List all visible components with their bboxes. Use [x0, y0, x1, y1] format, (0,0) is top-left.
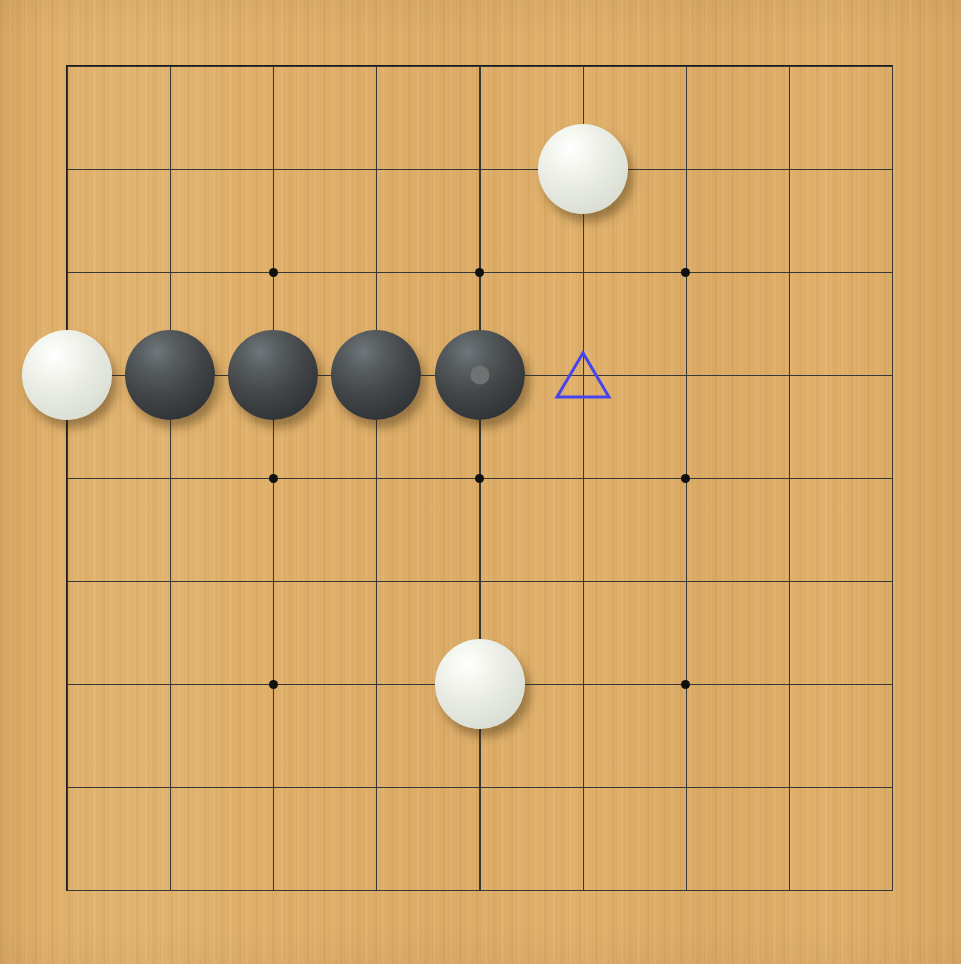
intersection[interactable] [428, 736, 531, 839]
intersection[interactable] [737, 839, 840, 942]
intersection[interactable] [531, 736, 634, 839]
black-stone[interactable] [435, 330, 525, 420]
intersection[interactable] [222, 427, 325, 530]
go-board-app [0, 0, 961, 964]
intersection[interactable] [634, 324, 737, 427]
intersection[interactable] [840, 324, 943, 427]
intersection[interactable] [119, 221, 222, 324]
intersection[interactable] [119, 736, 222, 839]
intersection[interactable] [840, 15, 943, 118]
intersection[interactable] [428, 221, 531, 324]
intersection[interactable] [325, 118, 428, 221]
intersection[interactable] [737, 736, 840, 839]
intersection[interactable] [15, 15, 118, 118]
intersection[interactable] [325, 15, 428, 118]
intersection[interactable] [840, 221, 943, 324]
last-move-marker [470, 366, 489, 385]
intersection[interactable] [428, 427, 531, 530]
intersection[interactable] [325, 633, 428, 736]
intersection[interactable] [428, 118, 531, 221]
intersection[interactable] [634, 530, 737, 633]
black-stone[interactable] [228, 330, 318, 420]
intersection[interactable] [222, 324, 325, 427]
intersection[interactable] [325, 530, 428, 633]
intersection[interactable] [325, 221, 428, 324]
intersection[interactable] [222, 221, 325, 324]
intersection[interactable] [840, 736, 943, 839]
intersection[interactable] [531, 427, 634, 530]
intersection[interactable] [531, 839, 634, 942]
intersection[interactable] [531, 324, 634, 427]
intersection[interactable] [15, 427, 118, 530]
intersection[interactable] [325, 324, 428, 427]
black-stone[interactable] [331, 330, 421, 420]
intersection[interactable] [222, 118, 325, 221]
black-stone[interactable] [125, 330, 215, 420]
white-stone[interactable] [538, 124, 628, 214]
intersection[interactable] [737, 15, 840, 118]
intersection[interactable] [428, 15, 531, 118]
intersection[interactable] [634, 736, 737, 839]
intersection[interactable] [737, 633, 840, 736]
intersection[interactable] [15, 118, 118, 221]
intersection[interactable] [325, 736, 428, 839]
intersection[interactable] [737, 427, 840, 530]
intersection[interactable] [531, 633, 634, 736]
intersection[interactable] [840, 118, 943, 221]
intersection[interactable] [119, 427, 222, 530]
intersection[interactable] [15, 324, 118, 427]
intersection[interactable] [531, 118, 634, 221]
intersection[interactable] [840, 633, 943, 736]
intersection[interactable] [634, 427, 737, 530]
intersection[interactable] [15, 736, 118, 839]
intersection[interactable] [428, 633, 531, 736]
intersection[interactable] [840, 839, 943, 942]
intersection[interactable] [737, 118, 840, 221]
intersection[interactable] [119, 15, 222, 118]
intersection[interactable] [325, 839, 428, 942]
intersection[interactable] [15, 633, 118, 736]
intersection[interactable] [325, 427, 428, 530]
intersection[interactable] [840, 427, 943, 530]
intersection[interactable] [119, 118, 222, 221]
intersection[interactable] [222, 736, 325, 839]
intersection[interactable] [634, 15, 737, 118]
intersection[interactable] [119, 633, 222, 736]
white-stone[interactable] [435, 639, 525, 729]
intersection[interactable] [634, 221, 737, 324]
white-stone[interactable] [22, 330, 112, 420]
intersection[interactable] [15, 221, 118, 324]
intersection[interactable] [222, 530, 325, 633]
intersection[interactable] [428, 530, 531, 633]
intersection[interactable] [119, 324, 222, 427]
intersection[interactable] [634, 839, 737, 942]
intersection[interactable] [119, 839, 222, 942]
intersection[interactable] [428, 839, 531, 942]
intersection[interactable] [840, 530, 943, 633]
intersection[interactable] [531, 221, 634, 324]
intersection[interactable] [634, 118, 737, 221]
intersection[interactable] [737, 324, 840, 427]
intersection[interactable] [428, 324, 531, 427]
intersection[interactable] [737, 221, 840, 324]
intersection[interactable] [15, 530, 118, 633]
intersection[interactable] [222, 15, 325, 118]
intersection[interactable] [531, 15, 634, 118]
intersection[interactable] [634, 633, 737, 736]
intersection[interactable] [222, 839, 325, 942]
intersection[interactable] [119, 530, 222, 633]
intersection[interactable] [737, 530, 840, 633]
triangle-marker [554, 350, 612, 400]
board-grid [15, 15, 943, 942]
intersection[interactable] [531, 530, 634, 633]
intersection[interactable] [222, 633, 325, 736]
intersection[interactable] [15, 839, 118, 942]
